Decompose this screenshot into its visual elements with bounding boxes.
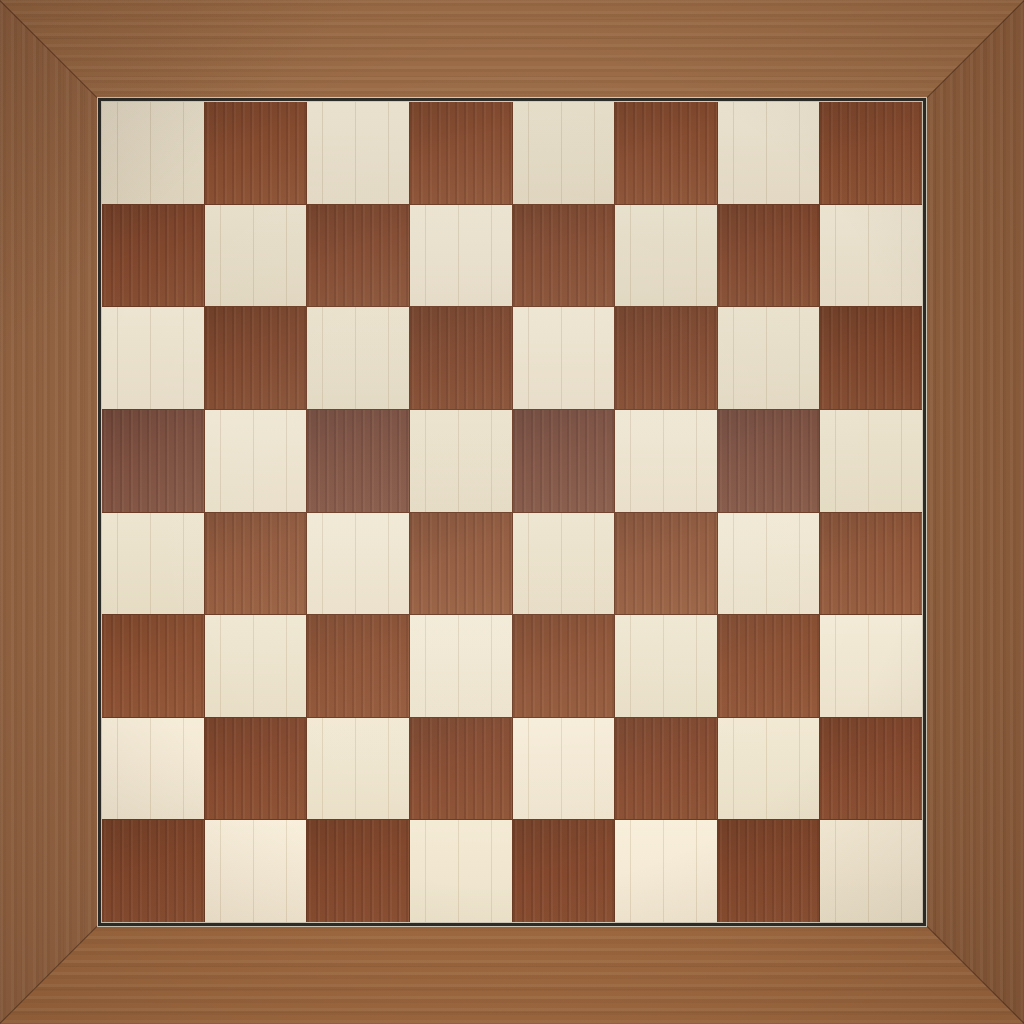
chess-board <box>102 102 922 922</box>
square-e4 <box>513 513 615 615</box>
square-b2 <box>205 718 307 820</box>
square-h4 <box>820 513 922 615</box>
square-e3 <box>513 615 615 717</box>
square-a4 <box>102 513 204 615</box>
square-h2 <box>820 718 922 820</box>
square-e1 <box>513 820 615 922</box>
square-c8 <box>307 102 409 204</box>
square-f4 <box>615 513 717 615</box>
square-c7 <box>307 205 409 307</box>
square-d2 <box>410 718 512 820</box>
chessboard-photo <box>0 0 1024 1024</box>
square-f5 <box>615 410 717 512</box>
square-a6 <box>102 307 204 409</box>
square-c6 <box>307 307 409 409</box>
square-h1 <box>820 820 922 922</box>
square-e7 <box>513 205 615 307</box>
square-a1 <box>102 820 204 922</box>
square-d8 <box>410 102 512 204</box>
square-d4 <box>410 513 512 615</box>
square-a8 <box>102 102 204 204</box>
square-a2 <box>102 718 204 820</box>
square-e5 <box>513 410 615 512</box>
square-d3 <box>410 615 512 717</box>
square-c5 <box>307 410 409 512</box>
square-h5 <box>820 410 922 512</box>
square-a7 <box>102 205 204 307</box>
square-g3 <box>718 615 820 717</box>
square-f7 <box>615 205 717 307</box>
square-g5 <box>718 410 820 512</box>
square-c3 <box>307 615 409 717</box>
square-b1 <box>205 820 307 922</box>
square-f6 <box>615 307 717 409</box>
square-a5 <box>102 410 204 512</box>
square-h8 <box>820 102 922 204</box>
inlay-black-line <box>98 98 926 926</box>
square-c4 <box>307 513 409 615</box>
square-e8 <box>513 102 615 204</box>
square-a3 <box>102 615 204 717</box>
square-f1 <box>615 820 717 922</box>
square-g1 <box>718 820 820 922</box>
square-h6 <box>820 307 922 409</box>
square-b3 <box>205 615 307 717</box>
square-h3 <box>820 615 922 717</box>
inlay-silver-inner <box>101 101 923 923</box>
square-b6 <box>205 307 307 409</box>
square-b8 <box>205 102 307 204</box>
square-f8 <box>615 102 717 204</box>
square-f2 <box>615 718 717 820</box>
square-g4 <box>718 513 820 615</box>
square-b7 <box>205 205 307 307</box>
square-h7 <box>820 205 922 307</box>
square-c1 <box>307 820 409 922</box>
inlay-silver-outer <box>97 97 927 927</box>
square-g8 <box>718 102 820 204</box>
square-d7 <box>410 205 512 307</box>
square-b5 <box>205 410 307 512</box>
square-g7 <box>718 205 820 307</box>
square-d1 <box>410 820 512 922</box>
square-d5 <box>410 410 512 512</box>
square-g6 <box>718 307 820 409</box>
square-d6 <box>410 307 512 409</box>
square-f3 <box>615 615 717 717</box>
square-e2 <box>513 718 615 820</box>
square-e6 <box>513 307 615 409</box>
square-b4 <box>205 513 307 615</box>
square-c2 <box>307 718 409 820</box>
square-g2 <box>718 718 820 820</box>
